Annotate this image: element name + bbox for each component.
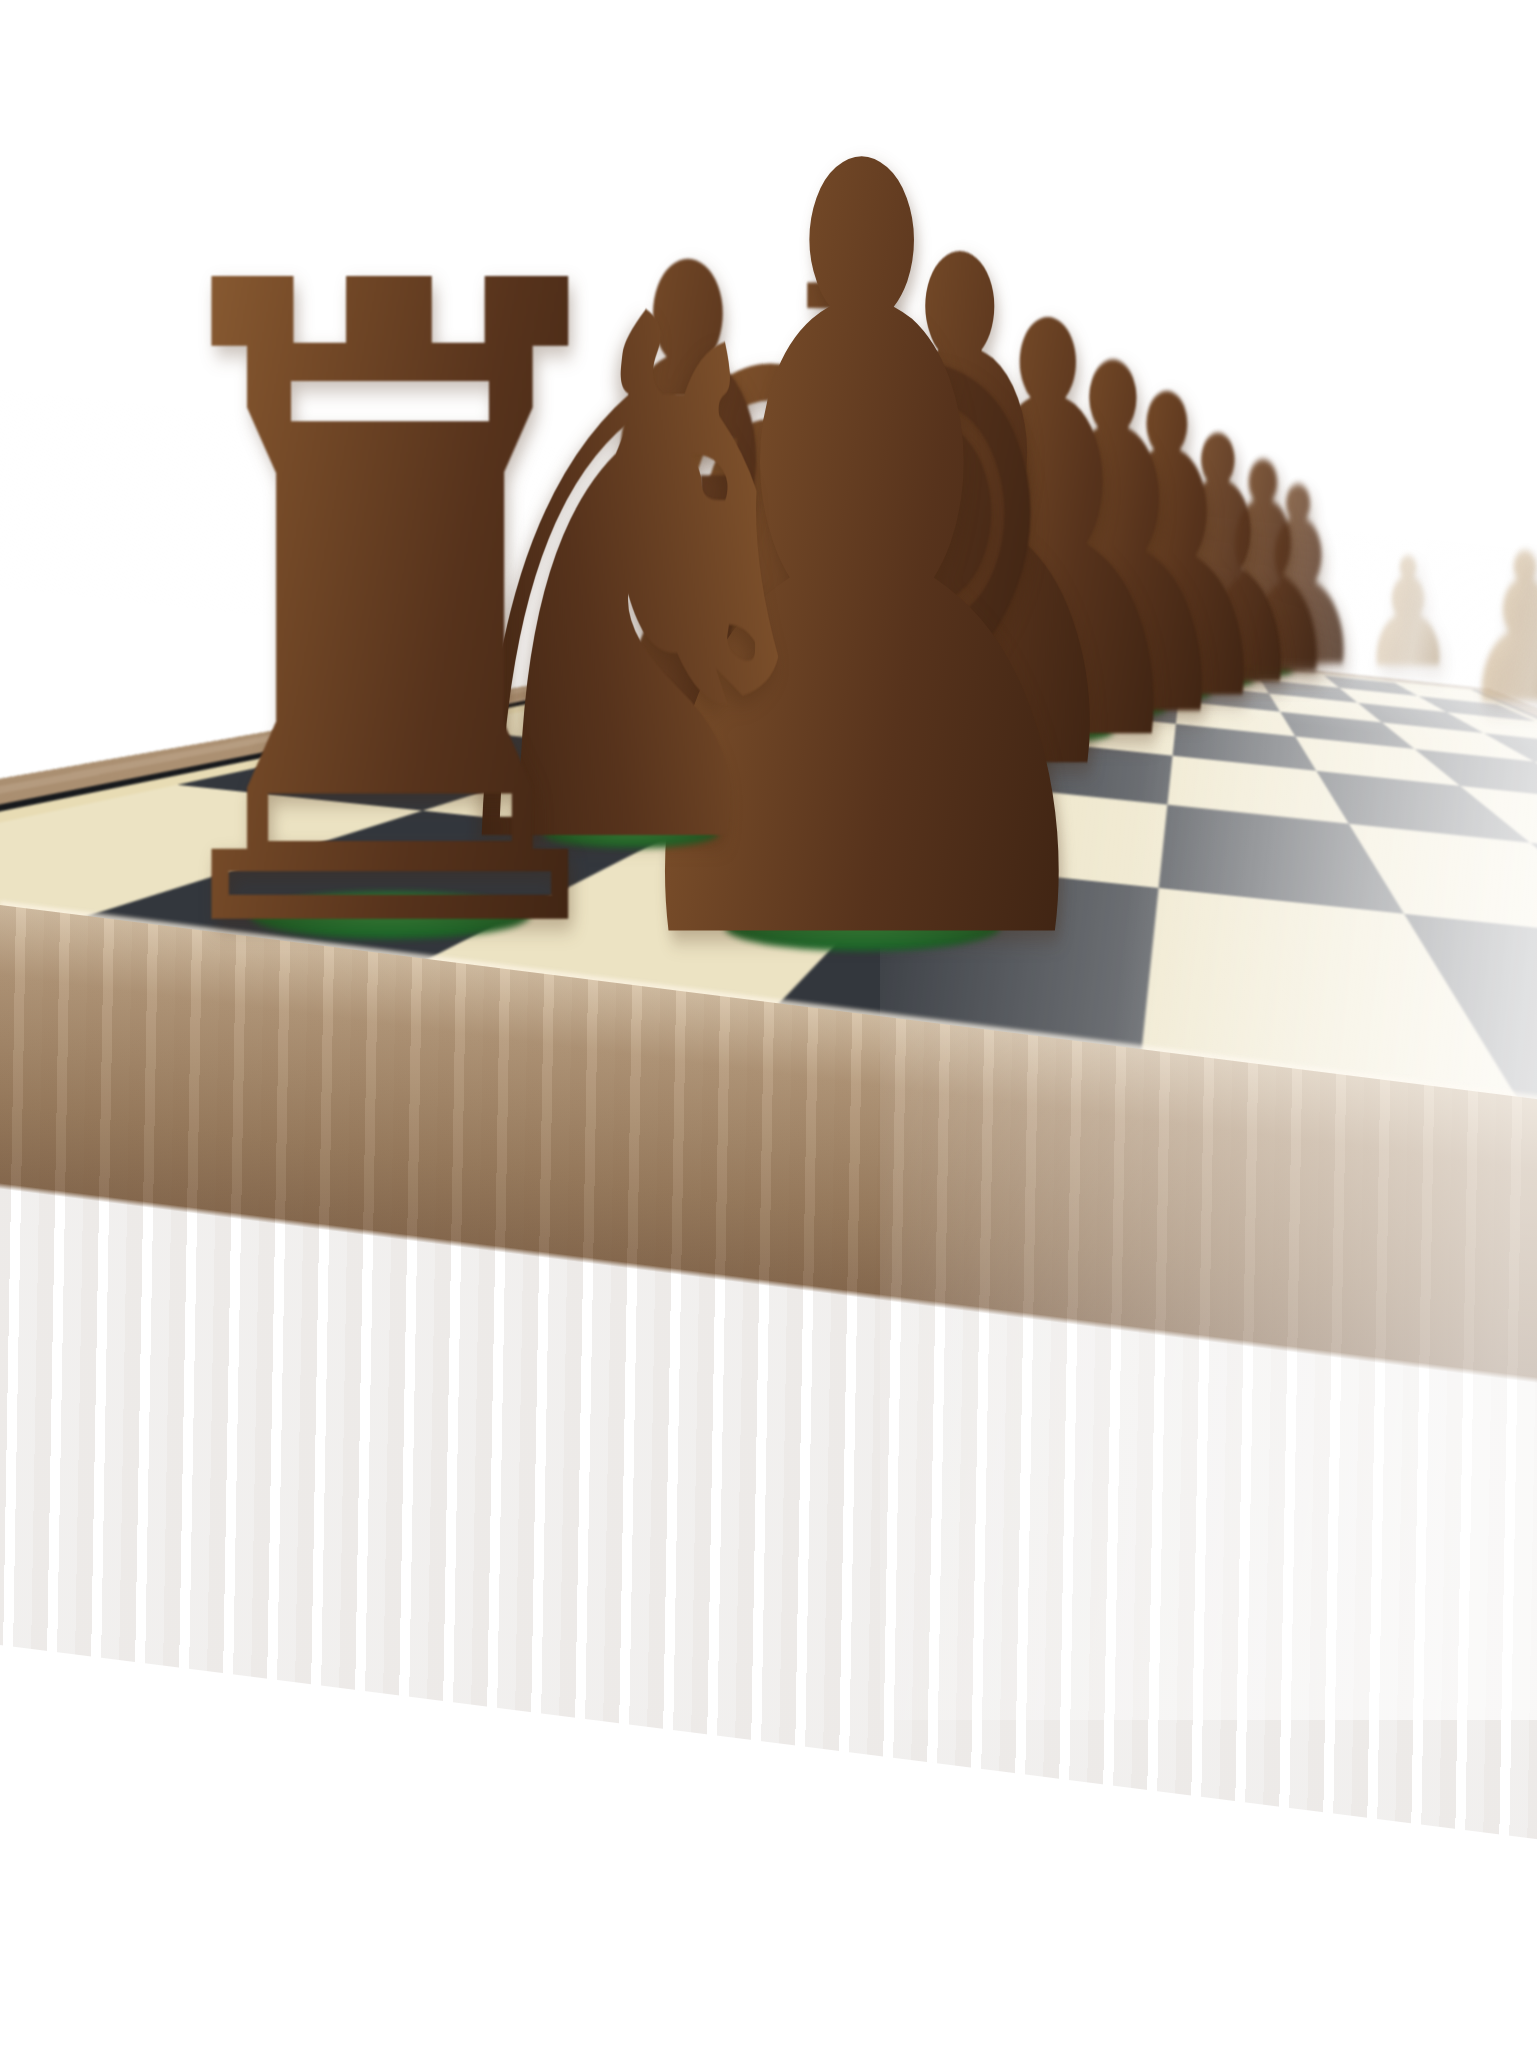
black-knight-b8-felt bbox=[543, 819, 718, 849]
black-pawn-f7-felt bbox=[1123, 686, 1211, 701]
photo-canvas: ♟♟♟♟♟♟♟♟♟♚♝♟♞♜ bbox=[0, 0, 1537, 2048]
black-pawn-g7: ♟ bbox=[1124, 393, 1313, 733]
black-pawn-c7-felt bbox=[875, 746, 1045, 775]
black-knight-b8: ♞ bbox=[398, 226, 863, 946]
black-pawn-d7: ♟ bbox=[890, 251, 1207, 821]
black-pawn-g7-felt bbox=[1182, 674, 1254, 686]
black-pawn-c7: ♟ bbox=[765, 170, 1154, 870]
black-rook-a8: ♜ bbox=[106, 174, 674, 1054]
black-pawn-h7-felt bbox=[1233, 665, 1293, 675]
pieces-layer: ♟♟♟♟♟♟♟♟♟♚♝♟♞♜ bbox=[0, 0, 1537, 2048]
white-piece-far-right-2: ♟ bbox=[1461, 527, 1537, 732]
black-pawn-blur-far: ♟ bbox=[1230, 456, 1366, 701]
black-pawn-b7: ♟ bbox=[567, 33, 1156, 1093]
black-pawn-e7-felt bbox=[1061, 700, 1166, 718]
white-piece-far-right-1: ♟ bbox=[1361, 538, 1455, 688]
black-pawn-f7: ♟ bbox=[1052, 343, 1283, 758]
black-rook-a8-felt bbox=[250, 892, 530, 940]
black-pawn-b7-felt bbox=[725, 904, 1000, 951]
black-pawn-e7: ♟ bbox=[980, 304, 1247, 784]
black-king-e8: ♚ bbox=[614, 165, 1082, 910]
black-bishop-c8: ♝ bbox=[493, 178, 882, 878]
black-pawn-h7: ♟ bbox=[1182, 426, 1343, 716]
black-pawn-d7-felt bbox=[983, 721, 1113, 743]
